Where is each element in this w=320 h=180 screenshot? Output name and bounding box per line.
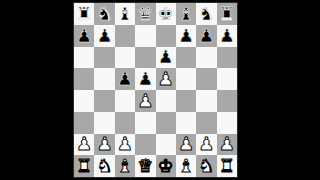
white-pawn: ♟ xyxy=(178,135,194,153)
white-bishop: ♝ xyxy=(178,157,194,175)
square-e8[interactable]: ♚ xyxy=(156,3,176,25)
square-e1[interactable]: ♚ xyxy=(156,155,176,177)
square-e6[interactable]: ♟ xyxy=(156,47,176,69)
square-f8[interactable]: ♝ xyxy=(176,3,196,25)
black-pawn: ♟ xyxy=(76,26,92,44)
square-d8[interactable]: ♛ xyxy=(135,3,155,25)
square-d6[interactable] xyxy=(135,47,155,69)
square-d7[interactable] xyxy=(135,25,155,47)
chess-board[interactable]: ♜♞♝♛♚♝♞♜♟♟♟♟♟♟♟♟♟♟♟♟♟♟♟♟♜♞♝♛♚♝♞♜ xyxy=(74,3,237,177)
square-h3[interactable] xyxy=(217,112,237,134)
square-a7[interactable]: ♟ xyxy=(74,25,94,47)
square-c5[interactable]: ♟ xyxy=(115,68,135,90)
square-c4[interactable] xyxy=(115,90,135,112)
square-d5[interactable]: ♟ xyxy=(135,68,155,90)
square-h4[interactable] xyxy=(217,90,237,112)
square-b7[interactable]: ♟ xyxy=(94,25,114,47)
square-b3[interactable] xyxy=(94,112,114,134)
square-c6[interactable] xyxy=(115,47,135,69)
white-pawn: ♟ xyxy=(117,135,133,153)
square-b2[interactable]: ♟ xyxy=(94,134,114,156)
white-pawn: ♟ xyxy=(137,91,153,109)
square-g2[interactable]: ♟ xyxy=(196,134,216,156)
app-background: ♜♞♝♛♚♝♞♜♟♟♟♟♟♟♟♟♟♟♟♟♟♟♟♟♜♞♝♛♚♝♞♜ xyxy=(0,0,320,180)
square-f7[interactable]: ♟ xyxy=(176,25,196,47)
square-g5[interactable] xyxy=(196,68,216,90)
square-e5[interactable]: ♟ xyxy=(156,68,176,90)
square-b5[interactable] xyxy=(94,68,114,90)
white-rook: ♜ xyxy=(219,157,235,175)
black-queen: ♛ xyxy=(137,4,153,22)
square-g4[interactable] xyxy=(196,90,216,112)
square-a8[interactable]: ♜ xyxy=(74,3,94,25)
square-a1[interactable]: ♜ xyxy=(74,155,94,177)
square-d2[interactable] xyxy=(135,134,155,156)
square-e7[interactable] xyxy=(156,25,176,47)
square-a2[interactable]: ♟ xyxy=(74,134,94,156)
square-h7[interactable]: ♟ xyxy=(217,25,237,47)
black-pawn: ♟ xyxy=(158,48,174,66)
square-h1[interactable]: ♜ xyxy=(217,155,237,177)
white-knight: ♞ xyxy=(96,157,112,175)
white-bishop: ♝ xyxy=(117,157,133,175)
black-pawn: ♟ xyxy=(219,26,235,44)
black-knight: ♞ xyxy=(198,4,214,22)
black-rook: ♜ xyxy=(76,4,92,22)
square-g8[interactable]: ♞ xyxy=(196,3,216,25)
square-d1[interactable]: ♛ xyxy=(135,155,155,177)
black-pawn: ♟ xyxy=(137,70,153,88)
square-f6[interactable] xyxy=(176,47,196,69)
square-g3[interactable] xyxy=(196,112,216,134)
square-b8[interactable]: ♞ xyxy=(94,3,114,25)
square-e2[interactable] xyxy=(156,134,176,156)
black-pawn: ♟ xyxy=(117,70,133,88)
square-a5[interactable] xyxy=(74,68,94,90)
square-g7[interactable]: ♟ xyxy=(196,25,216,47)
square-h6[interactable] xyxy=(217,47,237,69)
square-c3[interactable] xyxy=(115,112,135,134)
black-pawn: ♟ xyxy=(96,26,112,44)
white-pawn: ♟ xyxy=(96,135,112,153)
white-pawn: ♟ xyxy=(158,70,174,88)
square-b1[interactable]: ♞ xyxy=(94,155,114,177)
black-pawn: ♟ xyxy=(198,26,214,44)
square-b4[interactable] xyxy=(94,90,114,112)
square-e4[interactable] xyxy=(156,90,176,112)
square-f3[interactable] xyxy=(176,112,196,134)
square-a3[interactable] xyxy=(74,112,94,134)
square-b6[interactable] xyxy=(94,47,114,69)
square-f4[interactable] xyxy=(176,90,196,112)
square-c8[interactable]: ♝ xyxy=(115,3,135,25)
square-d4[interactable]: ♟ xyxy=(135,90,155,112)
square-d3[interactable] xyxy=(135,112,155,134)
square-c7[interactable] xyxy=(115,25,135,47)
black-knight: ♞ xyxy=(96,4,112,22)
white-king: ♚ xyxy=(158,157,174,175)
square-f1[interactable]: ♝ xyxy=(176,155,196,177)
square-g6[interactable] xyxy=(196,47,216,69)
square-f2[interactable]: ♟ xyxy=(176,134,196,156)
black-bishop: ♝ xyxy=(178,4,194,22)
black-rook: ♜ xyxy=(219,4,235,22)
black-pawn: ♟ xyxy=(178,26,194,44)
square-e3[interactable] xyxy=(156,112,176,134)
black-bishop: ♝ xyxy=(117,4,133,22)
square-h8[interactable]: ♜ xyxy=(217,3,237,25)
white-rook: ♜ xyxy=(76,157,92,175)
white-queen: ♛ xyxy=(137,157,153,175)
square-h5[interactable] xyxy=(217,68,237,90)
square-c2[interactable]: ♟ xyxy=(115,134,135,156)
white-knight: ♞ xyxy=(198,157,214,175)
white-pawn: ♟ xyxy=(219,135,235,153)
square-c1[interactable]: ♝ xyxy=(115,155,135,177)
square-f5[interactable] xyxy=(176,68,196,90)
square-g1[interactable]: ♞ xyxy=(196,155,216,177)
square-a4[interactable] xyxy=(74,90,94,112)
square-a6[interactable] xyxy=(74,47,94,69)
square-h2[interactable]: ♟ xyxy=(217,134,237,156)
white-pawn: ♟ xyxy=(76,135,92,153)
black-king: ♚ xyxy=(158,4,174,22)
white-pawn: ♟ xyxy=(198,135,214,153)
